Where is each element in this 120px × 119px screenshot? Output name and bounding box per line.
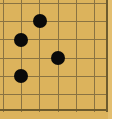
black-stone-4[interactable]	[14, 69, 28, 83]
board-bottom-edge-line	[0, 109, 108, 111]
grid-line-vertical-2	[21, 0, 22, 112]
go-board[interactable]	[0, 0, 112, 119]
grid-line-horizontal-2	[0, 21, 109, 22]
grid-line-vertical-5	[76, 0, 77, 112]
grid-line-vertical-6	[94, 0, 95, 112]
black-stone-3[interactable]	[51, 51, 65, 65]
black-stone-2[interactable]	[14, 33, 28, 47]
page-background-strip	[112, 0, 120, 119]
screenshot-stage	[0, 0, 120, 119]
grid-line-vertical-1	[3, 0, 4, 112]
grid-line-horizontal-6	[0, 94, 109, 95]
grid-line-horizontal-1	[0, 3, 109, 4]
black-stone-1[interactable]	[33, 14, 47, 28]
